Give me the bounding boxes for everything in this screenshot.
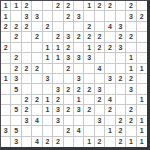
cell-r11c2[interactable]: 5 <box>11 105 21 115</box>
cell-r4c1[interactable] <box>1 32 11 42</box>
cell-r5c3[interactable] <box>22 43 32 53</box>
cell-r5c7[interactable]: 2 <box>64 43 74 53</box>
cell-r7c5[interactable] <box>43 64 53 74</box>
cell-r1c8[interactable] <box>74 1 84 11</box>
cell-r4c4[interactable]: 2 <box>32 32 42 42</box>
cell-r12c3[interactable]: 3 <box>22 116 32 126</box>
cell-r9c8[interactable]: 2 <box>74 84 84 94</box>
cell-r3c5[interactable]: 2 <box>43 22 53 32</box>
cell-r6c4[interactable] <box>32 53 42 63</box>
cell-r8c14[interactable] <box>137 74 147 84</box>
cell-r14c11[interactable] <box>105 137 115 147</box>
cell-r11c8[interactable]: 3 <box>74 105 84 115</box>
cell-r9c13[interactable]: 3 <box>126 84 136 94</box>
cell-r6c1[interactable] <box>1 53 11 63</box>
cell-r4c5[interactable] <box>43 32 53 42</box>
cell-r3c14[interactable] <box>137 22 147 32</box>
cell-r14c5[interactable]: 2 <box>43 137 53 147</box>
cell-r1c11[interactable]: 2 <box>105 1 115 11</box>
cell-r14c7[interactable] <box>64 137 74 147</box>
cell-r10c1[interactable] <box>1 95 11 105</box>
cell-r10c7[interactable] <box>64 95 74 105</box>
cell-r1c3[interactable]: 2 <box>22 1 32 11</box>
cell-r1c6[interactable]: 2 <box>53 1 63 11</box>
cell-r9c10[interactable]: 3 <box>95 84 105 94</box>
cell-r13c9[interactable] <box>84 126 94 136</box>
cell-r8c5[interactable]: 3 <box>43 74 53 84</box>
cell-r13c8[interactable]: 4 <box>74 126 84 136</box>
puzzle-area: 1122212221332332222224322232222221121223… <box>0 0 150 150</box>
cell-r9c9[interactable]: 2 <box>84 84 94 94</box>
cell-r3c8[interactable] <box>74 22 84 32</box>
cell-r1c7[interactable]: 2 <box>64 1 74 11</box>
cell-r4c7[interactable]: 3 <box>64 32 74 42</box>
cell-r6c3[interactable] <box>22 53 32 63</box>
cell-r6c11[interactable] <box>105 53 115 63</box>
cell-r9c5[interactable] <box>43 84 53 94</box>
cell-r11c4[interactable] <box>32 105 42 115</box>
puzzle-board: 1122212221332332222224322232222221121223… <box>0 0 150 150</box>
cell-r13c12[interactable]: 2 <box>116 126 126 136</box>
cell-r9c11[interactable] <box>105 84 115 94</box>
cell-r14c1[interactable] <box>1 137 11 147</box>
cell-r10c11[interactable]: 4 <box>105 95 115 105</box>
cell-r2c14[interactable]: 2 <box>137 11 147 21</box>
cell-r8c7[interactable] <box>64 74 74 84</box>
cell-r8c1[interactable]: 1 <box>1 74 11 84</box>
cell-r7c9[interactable] <box>84 64 94 74</box>
cell-r10c9[interactable] <box>84 95 94 105</box>
cell-r12c14[interactable]: 1 <box>137 116 147 126</box>
cell-r6c2[interactable]: 2 <box>11 53 21 63</box>
cell-r1c12[interactable] <box>116 1 126 11</box>
cell-r4c12[interactable]: 2 <box>116 32 126 42</box>
cell-r9c4[interactable] <box>32 84 42 94</box>
cell-r11c3[interactable]: 2 <box>22 105 32 115</box>
cell-r13c13[interactable] <box>126 126 136 136</box>
cell-r5c9[interactable]: 1 <box>84 43 94 53</box>
cell-r10c2[interactable] <box>11 95 21 105</box>
cell-r2c7[interactable]: 2 <box>64 11 74 21</box>
cell-r14c10[interactable]: 2 <box>95 137 105 147</box>
cell-r14c9[interactable]: 1 <box>84 137 94 147</box>
cell-r10c10[interactable]: 2 <box>95 95 105 105</box>
cell-r8c3[interactable] <box>22 74 32 84</box>
cell-r3c9[interactable]: 2 <box>84 22 94 32</box>
cell-r8c4[interactable] <box>32 74 42 84</box>
cell-r11c6[interactable]: 3 <box>53 105 63 115</box>
cell-r13c3[interactable] <box>22 126 32 136</box>
cell-r11c9[interactable]: 2 <box>84 105 94 115</box>
cell-r14c13[interactable]: 1 <box>126 137 136 147</box>
cell-r8c2[interactable]: 3 <box>11 74 21 84</box>
cell-r4c6[interactable]: 2 <box>53 32 63 42</box>
cell-r10c3[interactable]: 2 <box>22 95 32 105</box>
cell-r6c12[interactable] <box>116 53 126 63</box>
cell-r2c6[interactable] <box>53 11 63 21</box>
cell-r11c5[interactable]: 1 <box>43 105 53 115</box>
cell-r5c12[interactable]: 3 <box>116 43 126 53</box>
cell-r5c4[interactable] <box>32 43 42 53</box>
cell-r12c2[interactable] <box>11 116 21 126</box>
cell-r3c2[interactable]: 2 <box>11 22 21 32</box>
cell-r1c5[interactable] <box>43 1 53 11</box>
cell-r5c10[interactable]: 2 <box>95 43 105 53</box>
cell-r13c7[interactable]: 2 <box>64 126 74 136</box>
cell-r4c14[interactable] <box>137 32 147 42</box>
cell-r12c11[interactable] <box>105 116 115 126</box>
cell-r5c5[interactable]: 1 <box>43 43 53 53</box>
cell-r3c6[interactable] <box>53 22 63 32</box>
cell-r14c3[interactable] <box>22 137 32 147</box>
cell-r9c1[interactable] <box>1 84 11 94</box>
cell-r10c12[interactable] <box>116 95 126 105</box>
cell-r1c14[interactable] <box>137 1 147 11</box>
cell-r7c8[interactable] <box>74 64 84 74</box>
cell-r9c3[interactable] <box>22 84 32 94</box>
cell-r8c13[interactable]: 2 <box>126 74 136 84</box>
cell-r3c3[interactable]: 2 <box>22 22 32 32</box>
cell-r2c10[interactable] <box>95 11 105 21</box>
cell-r6c13[interactable]: 1 <box>126 53 136 63</box>
cell-r2c12[interactable] <box>116 11 126 21</box>
cell-r12c1[interactable] <box>1 116 11 126</box>
cell-r12c9[interactable] <box>84 116 94 126</box>
cell-r14c4[interactable]: 4 <box>32 137 42 147</box>
cell-r2c13[interactable]: 3 <box>126 11 136 21</box>
cell-r5c2[interactable] <box>11 43 21 53</box>
cell-r7c10[interactable]: 4 <box>95 64 105 74</box>
cell-r7c2[interactable]: 2 <box>11 64 21 74</box>
cell-r1c13[interactable]: 2 <box>126 1 136 11</box>
cell-r9c7[interactable]: 2 <box>64 84 74 94</box>
cell-r2c9[interactable] <box>84 11 94 21</box>
cell-r9c2[interactable]: 5 <box>11 84 21 94</box>
cell-r6c8[interactable]: 3 <box>74 53 84 63</box>
cell-r2c2[interactable] <box>11 11 21 21</box>
cell-r14c6[interactable]: 2 <box>53 137 63 147</box>
cell-r3c1[interactable]: 2 <box>1 22 11 32</box>
cell-r12c13[interactable]: 2 <box>126 116 136 126</box>
cell-r1c10[interactable]: 2 <box>95 1 105 11</box>
cell-r7c1[interactable] <box>1 64 11 74</box>
cell-r12c4[interactable]: 4 <box>32 116 42 126</box>
cell-r13c14[interactable]: 1 <box>137 126 147 136</box>
cell-r8c12[interactable]: 2 <box>116 74 126 84</box>
cell-r4c11[interactable] <box>105 32 115 42</box>
cell-r13c5[interactable] <box>43 126 53 136</box>
cell-r9c14[interactable] <box>137 84 147 94</box>
cell-r10c13[interactable] <box>126 95 136 105</box>
cell-r3c4[interactable] <box>32 22 42 32</box>
cell-r10c4[interactable]: 2 <box>32 95 42 105</box>
cell-r2c3[interactable]: 3 <box>22 11 32 21</box>
cell-r11c13[interactable]: 2 <box>126 105 136 115</box>
cell-r1c2[interactable]: 1 <box>11 1 21 11</box>
cell-r9c6[interactable]: 3 <box>53 84 63 94</box>
cell-r9c12[interactable] <box>116 84 126 94</box>
cell-r10c14[interactable]: 1 <box>137 95 147 105</box>
cell-r8c8[interactable]: 3 <box>74 74 84 84</box>
cell-r14c12[interactable]: 2 <box>116 137 126 147</box>
cell-r12c12[interactable]: 2 <box>116 116 126 126</box>
cell-r3c12[interactable]: 3 <box>116 22 126 32</box>
cell-r12c8[interactable] <box>74 116 84 126</box>
cell-r4c2[interactable]: 2 <box>11 32 21 42</box>
cell-r12c5[interactable] <box>43 116 53 126</box>
cell-r14c8[interactable] <box>74 137 84 147</box>
cell-r11c14[interactable] <box>137 105 147 115</box>
cell-r7c12[interactable] <box>116 64 126 74</box>
cell-r4c9[interactable]: 2 <box>84 32 94 42</box>
cell-r3c7[interactable] <box>64 22 74 32</box>
cell-r6c7[interactable]: 3 <box>64 53 74 63</box>
cell-r5c11[interactable]: 2 <box>105 43 115 53</box>
cell-r5c13[interactable] <box>126 43 136 53</box>
cell-r7c6[interactable] <box>53 64 63 74</box>
cell-r10c5[interactable]: 1 <box>43 95 53 105</box>
cell-r2c8[interactable]: 3 <box>74 11 84 21</box>
cell-r8c11[interactable]: 3 <box>105 74 115 84</box>
cell-r4c3[interactable] <box>22 32 32 42</box>
cell-r5c1[interactable]: 2 <box>1 43 11 53</box>
cell-r6c6[interactable]: 1 <box>53 53 63 63</box>
cell-r11c7[interactable]: 2 <box>64 105 74 115</box>
cell-r2c11[interactable] <box>105 11 115 21</box>
cell-r7c13[interactable]: 1 <box>126 64 136 74</box>
cell-r11c10[interactable] <box>95 105 105 115</box>
cell-r11c12[interactable] <box>116 105 126 115</box>
cell-r5c14[interactable] <box>137 43 147 53</box>
cell-r12c10[interactable]: 3 <box>95 116 105 126</box>
cell-r5c6[interactable]: 1 <box>53 43 63 53</box>
cell-r7c14[interactable]: 1 <box>137 64 147 74</box>
cell-r3c11[interactable]: 4 <box>105 22 115 32</box>
cell-r13c4[interactable] <box>32 126 42 136</box>
cell-r2c1[interactable]: 1 <box>1 11 11 21</box>
cell-r4c8[interactable]: 2 <box>74 32 84 42</box>
cell-r8c9[interactable] <box>84 74 94 84</box>
cell-r7c11[interactable] <box>105 64 115 74</box>
cell-r7c7[interactable]: 2 <box>64 64 74 74</box>
cell-r12c7[interactable] <box>64 116 74 126</box>
cell-r2c5[interactable] <box>43 11 53 21</box>
cell-r4c10[interactable]: 2 <box>95 32 105 42</box>
cell-r7c4[interactable]: 2 <box>32 64 42 74</box>
cell-r13c2[interactable]: 5 <box>11 126 21 136</box>
cell-r2c4[interactable]: 3 <box>32 11 42 21</box>
cell-r8c10[interactable] <box>95 74 105 84</box>
cell-r6c10[interactable] <box>95 53 105 63</box>
cell-r10c6[interactable]: 2 <box>53 95 63 105</box>
cell-r14c2[interactable]: 3 <box>11 137 21 147</box>
cell-r5c8[interactable] <box>74 43 84 53</box>
cell-r6c9[interactable]: 3 <box>84 53 94 63</box>
cell-r6c5[interactable]: 1 <box>43 53 53 63</box>
cell-r13c6[interactable] <box>53 126 63 136</box>
cell-r1c4[interactable] <box>32 1 42 11</box>
cell-r11c1[interactable] <box>1 105 11 115</box>
cell-r14c14[interactable]: 1 <box>137 137 147 147</box>
cell-r1c1[interactable]: 1 <box>1 1 11 11</box>
cell-r13c10[interactable] <box>95 126 105 136</box>
cell-r6c14[interactable] <box>137 53 147 63</box>
cell-r13c1[interactable]: 3 <box>1 126 11 136</box>
cell-r7c3[interactable]: 2 <box>22 64 32 74</box>
cell-r12c6[interactable]: 3 <box>53 116 63 126</box>
cell-r11c11[interactable]: 2 <box>105 105 115 115</box>
cell-r4c13[interactable]: 2 <box>126 32 136 42</box>
cell-r3c13[interactable] <box>126 22 136 32</box>
cell-r13c11[interactable]: 1 <box>105 126 115 136</box>
cell-r10c8[interactable]: 1 <box>74 95 84 105</box>
cell-r1c9[interactable]: 1 <box>84 1 94 11</box>
cell-r3c10[interactable] <box>95 22 105 32</box>
cell-r8c6[interactable] <box>53 74 63 84</box>
